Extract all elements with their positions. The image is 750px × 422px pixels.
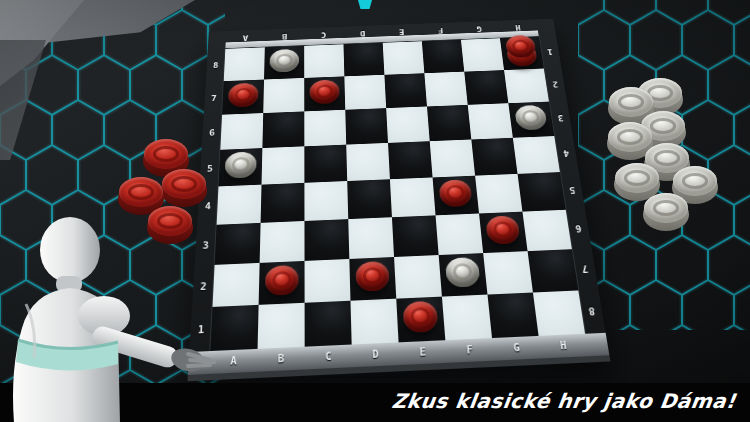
square-a5[interactable] <box>219 148 263 186</box>
square-b3[interactable] <box>260 221 305 263</box>
square-f2[interactable] <box>439 253 488 297</box>
square-g7[interactable] <box>464 70 508 105</box>
square-b5[interactable] <box>262 146 305 184</box>
square-c2[interactable] <box>305 259 351 303</box>
rank-label-left-6: 6 <box>202 115 222 151</box>
square-g2[interactable] <box>483 251 533 294</box>
square-h5[interactable] <box>513 136 560 174</box>
square-b4[interactable] <box>261 183 305 223</box>
square-h1[interactable] <box>533 290 585 335</box>
captured-red-checker <box>161 169 207 207</box>
square-e6[interactable] <box>386 106 430 142</box>
square-d4[interactable] <box>347 179 392 219</box>
square-h7[interactable] <box>504 69 549 104</box>
checker-red-b2[interactable] <box>265 264 299 296</box>
square-a8[interactable] <box>224 47 265 81</box>
square-c4[interactable] <box>304 181 348 221</box>
square-h8[interactable] <box>500 37 544 70</box>
rank-label-right-2: 2 <box>544 68 567 102</box>
square-c5[interactable] <box>304 145 347 183</box>
square-a4[interactable] <box>217 185 262 225</box>
square-e4[interactable] <box>390 177 436 217</box>
square-h2[interactable] <box>528 249 579 292</box>
checker-white-a5[interactable] <box>224 151 256 179</box>
square-g5[interactable] <box>471 138 517 176</box>
square-e1[interactable] <box>396 297 445 343</box>
checker-red-g3[interactable] <box>485 215 521 245</box>
square-d1[interactable] <box>350 299 398 345</box>
square-c8[interactable] <box>304 44 344 78</box>
file-label-top-c: C <box>304 27 343 40</box>
file-label-bottom-e: E <box>399 340 448 365</box>
file-label-top-g: G <box>459 21 499 34</box>
square-f4[interactable] <box>433 176 479 216</box>
square-d7[interactable] <box>344 75 386 110</box>
square-d2[interactable] <box>349 257 396 301</box>
square-e3[interactable] <box>392 215 439 257</box>
caption-text: Zkus klasické hry jako Dáma! <box>390 389 737 413</box>
square-b7[interactable] <box>263 78 304 113</box>
square-a6[interactable] <box>220 113 263 150</box>
checker-white-b8[interactable] <box>269 49 299 73</box>
file-label-bottom-d: D <box>352 342 400 367</box>
file-label-bottom-f: F <box>445 338 494 363</box>
square-e7[interactable] <box>384 73 427 108</box>
rank-label-left-7: 7 <box>204 81 224 115</box>
turn-indicator-marker <box>358 0 372 9</box>
checker-red-a7[interactable] <box>228 82 259 107</box>
checker-white-f2[interactable] <box>445 257 481 288</box>
square-c6[interactable] <box>304 110 346 147</box>
checker-red-e1[interactable] <box>402 300 438 333</box>
checker-red-d2[interactable] <box>355 261 390 292</box>
file-label-top-b: B <box>265 28 304 41</box>
square-e8[interactable] <box>383 41 425 74</box>
checkers-board: ABCDEFGH 87654321 12345678 ABCDEFGH <box>188 19 611 382</box>
square-h4[interactable] <box>518 172 566 212</box>
square-g4[interactable] <box>475 174 522 214</box>
square-f1[interactable] <box>442 295 492 341</box>
checker-white-h6[interactable] <box>514 104 548 130</box>
square-h3[interactable] <box>522 210 571 251</box>
robot-character <box>0 208 222 422</box>
file-label-top-h: H <box>498 19 538 32</box>
file-label-bottom-b: B <box>257 347 305 372</box>
square-g3[interactable] <box>479 212 528 253</box>
square-f7[interactable] <box>424 72 467 107</box>
file-label-bottom-c: C <box>305 345 353 370</box>
rank-label-left-8: 8 <box>206 49 226 82</box>
king-red-h8[interactable] <box>505 39 537 63</box>
square-f8[interactable] <box>422 40 464 73</box>
square-b2[interactable] <box>259 261 305 305</box>
rank-label-right-3: 3 <box>549 101 573 136</box>
square-f5[interactable] <box>430 139 475 177</box>
game-screen: ABCDEFGH 87654321 12345678 ABCDEFGH <box>0 0 750 422</box>
file-label-top-e: E <box>382 24 422 37</box>
square-f6[interactable] <box>427 105 471 141</box>
file-label-bottom-g: G <box>492 336 541 361</box>
square-f3[interactable] <box>436 213 484 255</box>
square-e2[interactable] <box>394 255 442 299</box>
square-a7[interactable] <box>222 80 264 115</box>
square-g1[interactable] <box>487 293 538 339</box>
square-b1[interactable] <box>258 303 305 349</box>
square-c7[interactable] <box>304 76 345 111</box>
square-c1[interactable] <box>305 301 352 347</box>
square-d6[interactable] <box>345 108 388 145</box>
square-g6[interactable] <box>468 103 513 139</box>
file-label-bottom-h: H <box>539 334 589 359</box>
square-b8[interactable] <box>264 46 304 80</box>
board-grid <box>210 37 585 351</box>
rank-label-right-1: 1 <box>539 36 562 68</box>
file-label-top-a: A <box>226 30 266 43</box>
square-d8[interactable] <box>343 43 384 77</box>
square-d5[interactable] <box>346 143 390 181</box>
file-label-top-f: F <box>420 22 460 35</box>
checker-red-f4[interactable] <box>438 179 472 208</box>
captured-white-checker <box>643 193 689 231</box>
square-e5[interactable] <box>388 141 433 179</box>
square-b6[interactable] <box>262 111 304 148</box>
checker-red-c7[interactable] <box>309 79 339 104</box>
square-c3[interactable] <box>304 219 349 261</box>
file-label-top-d: D <box>343 25 382 38</box>
square-h6[interactable] <box>508 102 554 138</box>
square-g8[interactable] <box>461 38 504 71</box>
square-d3[interactable] <box>348 217 394 259</box>
